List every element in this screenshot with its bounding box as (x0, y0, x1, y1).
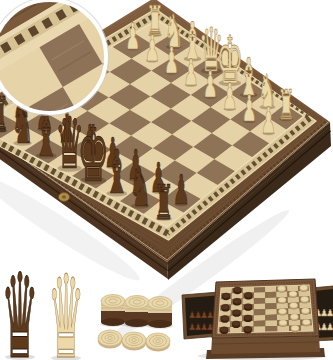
piece-white-pawn-c2[interactable]: ♟ (164, 39, 179, 81)
piece-white-pawn-a2[interactable]: ♟ (125, 15, 140, 57)
drawer-box-inset: ♟♟♟♟♟♟♟♟♟♟♟♟♟♟♟♟♟♟ (182, 279, 333, 360)
mini-checker-dark (221, 316, 229, 323)
piece-white-rook-h1[interactable]: ♜ (278, 81, 295, 130)
piece-white-pawn-h2[interactable]: ♟ (261, 100, 276, 142)
mini-checker-light (279, 308, 287, 315)
piece-white-pawn-b2[interactable]: ♟ (145, 27, 160, 69)
checker-flat (146, 333, 170, 352)
mini-checker-light (290, 314, 298, 321)
chess-set-scene: ♜♞♟♝♟♛♟♚♟♝♟♞♟♟♜♟♟♜♟♟♞♟♝♟♛♟♚♟♝♟♞♜♛♛♟♟♟♟♟♟… (0, 0, 333, 360)
piece-black-pawn-h7[interactable]: ♟ (173, 166, 190, 215)
checkers-detail-inset (98, 295, 173, 352)
piece-white-pawn-g2[interactable]: ♟ (242, 88, 257, 130)
mini-checker-light (279, 320, 287, 327)
mini-checker-dark (221, 304, 229, 311)
checker-stack (147, 297, 173, 330)
mini-checker-light (278, 297, 286, 304)
mini-checker-dark (244, 326, 252, 333)
mini-checkers-board (218, 285, 313, 334)
mini-checker-light (301, 296, 309, 303)
product-photo-canvas: ♜♞♟♝♟♛♟♚♟♝♟♞♟♟♜♟♟♜♟♟♞♟♝♟♛♟♚♟♝♟♞♜♛♛♟♟♟♟♟♟… (0, 0, 333, 360)
mini-checker-dark (222, 293, 230, 300)
sample-queens-inset: ♛♛ (1, 248, 84, 360)
checker-stack (124, 296, 150, 329)
checker-flat (98, 330, 122, 349)
mini-checker-light (302, 308, 310, 315)
piece-white-pawn-e2[interactable]: ♟ (203, 64, 218, 106)
piece-black-knight-g8[interactable]: ♞ (129, 156, 151, 219)
mini-checker-dark (244, 315, 252, 322)
mini-checker-dark (233, 287, 241, 294)
mini-checker-dark (220, 327, 228, 334)
mini-checker-dark (233, 310, 241, 317)
mini-checker-dark (244, 292, 252, 299)
white-queen-sample: ♛ (47, 251, 84, 360)
checker-stack (100, 295, 126, 328)
mini-checker-dark (244, 304, 252, 311)
black-queen-sample: ♛ (1, 248, 39, 360)
piece-black-bishop-f8[interactable]: ♝ (104, 137, 129, 208)
mini-checker-dark (232, 321, 240, 328)
mini-checker-light (278, 286, 286, 293)
piece-white-pawn-f2[interactable]: ♟ (222, 76, 237, 118)
mini-checker-light (300, 285, 308, 292)
mini-checker-light (289, 291, 297, 298)
mini-checker-light (302, 319, 310, 326)
mini-checker-dark (233, 298, 241, 305)
mini-checker-light (291, 325, 299, 332)
checker-flat (122, 332, 146, 351)
piece-black-rook-h8[interactable]: ♜ (154, 174, 174, 231)
piece-white-pawn-d2[interactable]: ♟ (183, 51, 198, 93)
mini-checker-light (290, 302, 298, 309)
brass-clasp (58, 193, 69, 202)
